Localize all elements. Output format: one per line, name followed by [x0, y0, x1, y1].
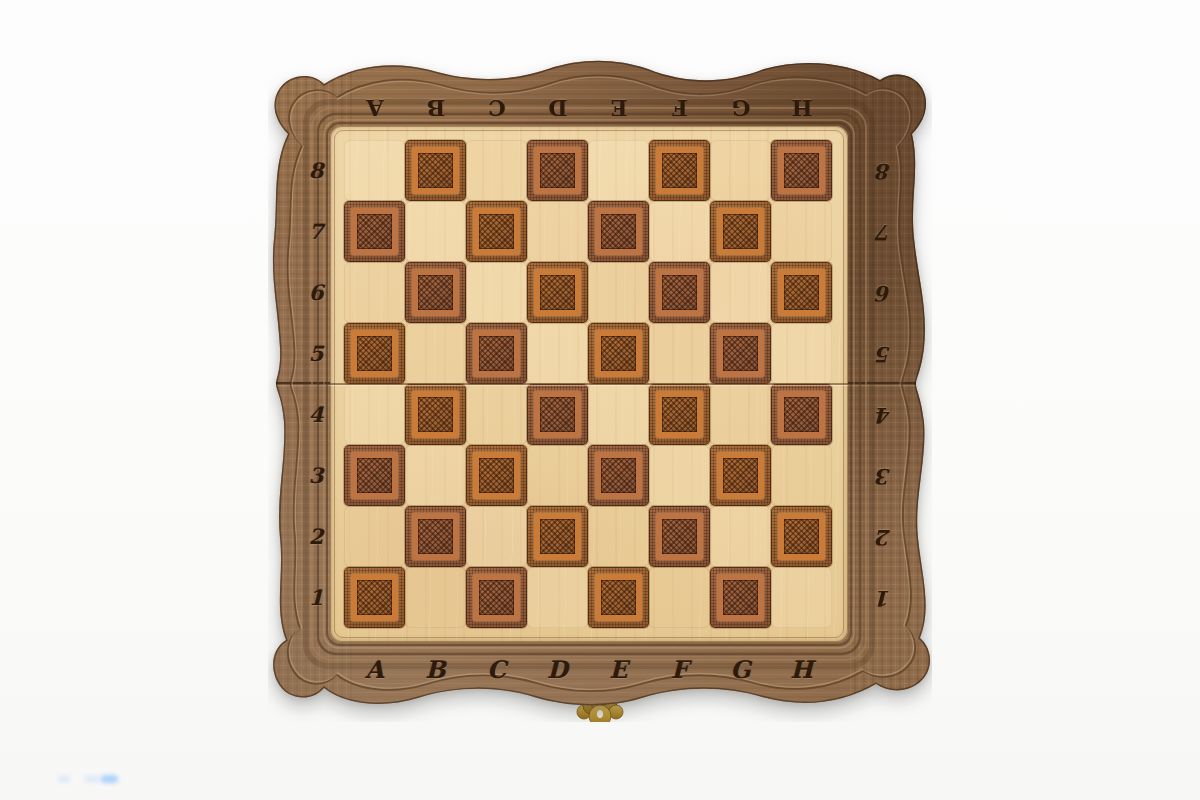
square-h2[interactable]: [771, 506, 832, 567]
carved-inlay: [778, 147, 825, 194]
page-background: ABCDEFGH ABCDEFGH 87654321 87654321: [0, 0, 1200, 800]
square-h4[interactable]: [771, 384, 832, 445]
square-h3[interactable]: [771, 445, 832, 506]
square-a7[interactable]: [344, 201, 405, 262]
photo-smudge: [101, 775, 118, 783]
carved-inlay: [595, 208, 642, 255]
square-d7[interactable]: [527, 201, 588, 262]
carved-inlay: [412, 269, 459, 316]
square-a4[interactable]: [344, 384, 405, 445]
file-label-bottom-e: E: [604, 655, 634, 684]
file-label-bottom-a: A: [360, 655, 390, 684]
carved-inlay: [534, 391, 581, 438]
carved-inlay: [473, 452, 520, 499]
file-label-bottom-h: H: [787, 655, 817, 684]
rank-label-left-5: 5: [303, 341, 329, 367]
square-f3[interactable]: [649, 445, 710, 506]
square-a2[interactable]: [344, 506, 405, 567]
file-label-top-g: G: [726, 95, 756, 121]
square-d5[interactable]: [527, 323, 588, 384]
square-g6[interactable]: [710, 262, 771, 323]
square-a1[interactable]: [344, 567, 405, 628]
rank-label-left-6: 6: [303, 280, 329, 306]
square-d6[interactable]: [527, 262, 588, 323]
square-b8[interactable]: [405, 140, 466, 201]
rank-label-right-3: 3: [871, 463, 897, 489]
board-field: [330, 126, 848, 642]
carved-inlay: [595, 452, 642, 499]
carved-inlay: [595, 330, 642, 377]
square-b6[interactable]: [405, 262, 466, 323]
square-f1[interactable]: [649, 567, 710, 628]
carved-inlay: [717, 574, 764, 621]
square-c6[interactable]: [466, 262, 527, 323]
file-label-top-d: D: [543, 95, 573, 121]
carved-inlay: [717, 208, 764, 255]
carved-inlay: [534, 269, 581, 316]
square-e2[interactable]: [588, 506, 649, 567]
square-c1[interactable]: [466, 567, 527, 628]
rank-label-left-7: 7: [303, 219, 329, 245]
file-label-top-c: C: [482, 95, 512, 121]
carved-inlay: [534, 147, 581, 194]
square-d8[interactable]: [527, 140, 588, 201]
square-c4[interactable]: [466, 384, 527, 445]
square-d4[interactable]: [527, 384, 588, 445]
carved-inlay: [656, 147, 703, 194]
square-f5[interactable]: [649, 323, 710, 384]
file-label-top-b: B: [421, 95, 451, 121]
square-f7[interactable]: [649, 201, 710, 262]
carved-inlay: [656, 391, 703, 438]
rank-label-right-5: 5: [871, 341, 897, 367]
rank-label-right-6: 6: [871, 280, 897, 306]
carved-inlay: [717, 452, 764, 499]
rank-label-left-4: 4: [303, 402, 329, 428]
photo-smudge: [58, 776, 70, 782]
rank-label-right-2: 2: [871, 524, 897, 550]
square-e1[interactable]: [588, 567, 649, 628]
square-b4[interactable]: [405, 384, 466, 445]
rank-label-right-8: 8: [871, 158, 897, 184]
square-g2[interactable]: [710, 506, 771, 567]
square-f4[interactable]: [649, 384, 710, 445]
file-label-bottom-d: D: [543, 655, 573, 684]
square-e8[interactable]: [588, 140, 649, 201]
rank-label-left-1: 1: [303, 585, 329, 611]
file-label-top-a: A: [360, 95, 390, 121]
carved-inlay: [778, 391, 825, 438]
square-d3[interactable]: [527, 445, 588, 506]
rank-label-right-4: 4: [871, 402, 897, 428]
square-f2[interactable]: [649, 506, 710, 567]
square-f8[interactable]: [649, 140, 710, 201]
rank-label-left-3: 3: [303, 463, 329, 489]
square-g5[interactable]: [710, 323, 771, 384]
carved-inlay: [412, 147, 459, 194]
square-c7[interactable]: [466, 201, 527, 262]
square-b3[interactable]: [405, 445, 466, 506]
square-d1[interactable]: [527, 567, 588, 628]
rank-label-right-1: 1: [871, 585, 897, 611]
square-h5[interactable]: [771, 323, 832, 384]
square-h6[interactable]: [771, 262, 832, 323]
rank-label-left-8: 8: [303, 158, 329, 184]
square-e3[interactable]: [588, 445, 649, 506]
file-label-top-h: H: [787, 95, 817, 121]
square-g4[interactable]: [710, 384, 771, 445]
carved-inlay: [778, 513, 825, 560]
carved-inlay: [412, 513, 459, 560]
square-c8[interactable]: [466, 140, 527, 201]
chess-board: ABCDEFGH ABCDEFGH 87654321 87654321: [268, 56, 932, 722]
square-e5[interactable]: [588, 323, 649, 384]
square-g1[interactable]: [710, 567, 771, 628]
carved-inlay: [351, 452, 398, 499]
square-a3[interactable]: [344, 445, 405, 506]
square-c2[interactable]: [466, 506, 527, 567]
square-f6[interactable]: [649, 262, 710, 323]
square-b7[interactable]: [405, 201, 466, 262]
square-b2[interactable]: [405, 506, 466, 567]
carved-inlay: [412, 391, 459, 438]
square-a5[interactable]: [344, 323, 405, 384]
square-h7[interactable]: [771, 201, 832, 262]
square-c3[interactable]: [466, 445, 527, 506]
square-g3[interactable]: [710, 445, 771, 506]
carved-inlay: [534, 513, 581, 560]
carved-inlay: [656, 269, 703, 316]
file-label-top-e: E: [604, 95, 634, 121]
file-label-bottom-b: B: [421, 655, 451, 684]
chess-board-grid: [344, 140, 832, 628]
file-label-bottom-g: G: [726, 655, 756, 684]
rank-label-right-7: 7: [871, 219, 897, 245]
square-e7[interactable]: [588, 201, 649, 262]
carved-inlay: [473, 208, 520, 255]
carved-inlay: [351, 208, 398, 255]
carved-inlay: [473, 330, 520, 377]
carved-inlay: [717, 330, 764, 377]
carved-inlay: [351, 574, 398, 621]
photo-smudge: [84, 776, 100, 782]
carved-inlay: [656, 513, 703, 560]
carved-inlay: [351, 330, 398, 377]
square-b1[interactable]: [405, 567, 466, 628]
square-d2[interactable]: [527, 506, 588, 567]
square-h8[interactable]: [771, 140, 832, 201]
rank-label-left-2: 2: [303, 524, 329, 550]
square-h1[interactable]: [771, 567, 832, 628]
file-label-bottom-c: C: [482, 655, 512, 684]
file-label-bottom-f: F: [665, 655, 695, 684]
square-e6[interactable]: [588, 262, 649, 323]
file-label-top-f: F: [665, 95, 695, 121]
square-e4[interactable]: [588, 384, 649, 445]
carved-inlay: [778, 269, 825, 316]
square-g8[interactable]: [710, 140, 771, 201]
square-a8[interactable]: [344, 140, 405, 201]
square-b5[interactable]: [405, 323, 466, 384]
square-c5[interactable]: [466, 323, 527, 384]
square-a6[interactable]: [344, 262, 405, 323]
square-g7[interactable]: [710, 201, 771, 262]
carved-inlay: [595, 574, 642, 621]
carved-inlay: [473, 574, 520, 621]
